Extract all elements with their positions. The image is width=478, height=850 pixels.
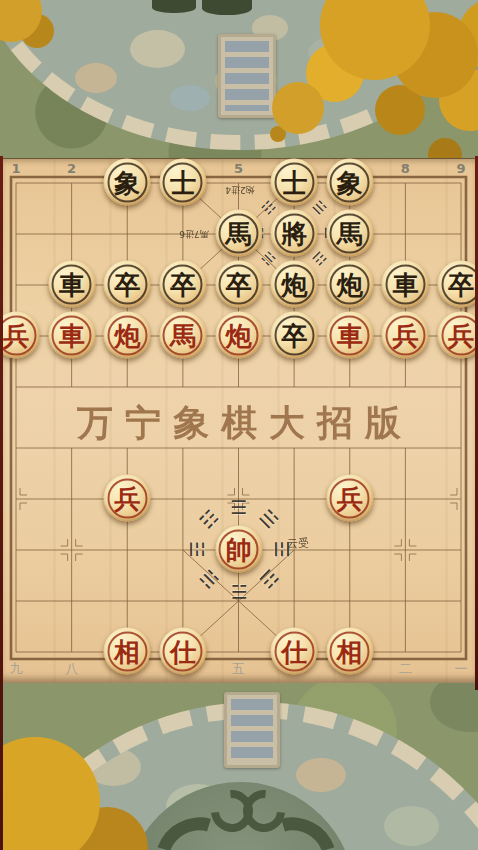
xiangqi-piece-車[interactable]: 車 bbox=[326, 312, 373, 359]
xiangqi-piece-炮[interactable]: 炮 bbox=[104, 312, 151, 359]
xiangqi-piece-車[interactable]: 車 bbox=[48, 312, 95, 359]
xiangqi-piece-兵[interactable]: 兵 bbox=[0, 312, 40, 359]
coordinate-label-bottom: 二 bbox=[399, 660, 412, 678]
xiangqi-piece-兵[interactable]: 兵 bbox=[326, 475, 373, 522]
xiangqi-piece-炮[interactable]: 炮 bbox=[215, 312, 262, 359]
frame-edge-left bbox=[0, 156, 3, 850]
coordinate-label-bottom: 八 bbox=[65, 660, 78, 678]
xiangqi-game-screen: ? 万宁象棋大招版 123456789九八七六五四三二一☰☱☲☳☴☵☶☷☰☱☲☳… bbox=[0, 0, 478, 850]
xiangqi-piece-帥[interactable]: 帥 bbox=[215, 526, 262, 573]
coordinate-label-top: 9 bbox=[456, 161, 465, 176]
xiangqi-piece-將[interactable]: 將 bbox=[271, 210, 318, 257]
xiangqi-piece-卒[interactable]: 卒 bbox=[438, 261, 478, 308]
river-banner-title: 万宁象棋大招版 bbox=[0, 399, 478, 448]
coordinate-label-top: 5 bbox=[234, 161, 243, 176]
xiangqi-piece-卒[interactable]: 卒 bbox=[159, 261, 206, 308]
xiangqi-piece-炮[interactable]: 炮 bbox=[326, 261, 373, 308]
xiangqi-piece-兵[interactable]: 兵 bbox=[438, 312, 478, 359]
xiangqi-piece-馬[interactable]: 馬 bbox=[326, 210, 373, 257]
xiangqi-piece-兵[interactable]: 兵 bbox=[382, 312, 429, 359]
coordinate-label-top: 1 bbox=[11, 161, 20, 176]
move-annotation: 炮2进4 bbox=[225, 183, 254, 196]
xiangqi-piece-仕[interactable]: 仕 bbox=[159, 628, 206, 675]
xiangqi-piece-卒[interactable]: 卒 bbox=[104, 261, 151, 308]
xiangqi-piece-象[interactable]: 象 bbox=[104, 159, 151, 206]
coordinate-label-top: 8 bbox=[401, 161, 410, 176]
xiangqi-piece-士[interactable]: 士 bbox=[159, 159, 206, 206]
xiangqi-piece-兵[interactable]: 兵 bbox=[104, 475, 151, 522]
xiangqi-piece-相[interactable]: 相 bbox=[326, 628, 373, 675]
xiangqi-piece-車[interactable]: 車 bbox=[382, 261, 429, 308]
coordinate-label-bottom: 一 bbox=[455, 660, 468, 678]
xiangqi-piece-象[interactable]: 象 bbox=[326, 159, 373, 206]
xiangqi-piece-車[interactable]: 車 bbox=[48, 261, 95, 308]
move-annotation: 馬7进6 bbox=[179, 227, 208, 240]
xiangqi-piece-卒[interactable]: 卒 bbox=[271, 312, 318, 359]
xiangqi-piece-卒[interactable]: 卒 bbox=[215, 261, 262, 308]
xiangqi-piece-炮[interactable]: 炮 bbox=[271, 261, 318, 308]
xiangqi-piece-馬[interactable]: 馬 bbox=[159, 312, 206, 359]
xiangqi-piece-仕[interactable]: 仕 bbox=[271, 628, 318, 675]
coordinate-label-top: 2 bbox=[67, 161, 76, 176]
coordinate-label-bottom: 九 bbox=[10, 660, 23, 678]
xiangqi-piece-相[interactable]: 相 bbox=[104, 628, 151, 675]
move-annotation: 云受 bbox=[287, 536, 309, 551]
xiangqi-piece-馬[interactable]: 馬 bbox=[215, 210, 262, 257]
xiangqi-piece-士[interactable]: 士 bbox=[271, 159, 318, 206]
coordinate-label-bottom: 五 bbox=[232, 660, 245, 678]
